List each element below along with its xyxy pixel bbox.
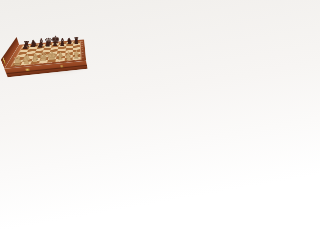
piece-light-queen-d1[interactable]: ♛: [38, 52, 49, 64]
piece-dark-pawn-a7[interactable]: ♟: [22, 43, 28, 50]
piece-light-bishop-c1[interactable]: ♝: [30, 53, 40, 64]
piece-light-knight-b1[interactable]: ♞: [21, 55, 30, 65]
pieces-layer: ♜♞♝♛♚♝♞♜♟♟♟♟♟♟♟♟♟♟♟♟♟♟♟♟♜♞♝♛♚♝♞♜: [0, 0, 100, 100]
piece-dark-pawn-f7[interactable]: ♟: [59, 41, 64, 47]
piece-light-rook-a1[interactable]: ♜: [13, 56, 22, 66]
piece-dark-pawn-b7[interactable]: ♟: [30, 42, 36, 49]
photo-background: abcdefgh12345678 ♜♞♝♛♚♝♞♜♟♟♟♟♟♟♟♟♟♟♟♟♟♟♟…: [0, 0, 100, 100]
piece-dark-pawn-d7[interactable]: ♟: [45, 41, 51, 48]
piece-dark-pawn-c7[interactable]: ♟: [37, 42, 43, 49]
piece-light-knight-g1[interactable]: ♞: [64, 52, 72, 61]
piece-dark-pawn-e7[interactable]: ♟: [52, 41, 58, 47]
piece-dark-pawn-g7[interactable]: ♟: [67, 40, 72, 46]
piece-dark-pawn-h7[interactable]: ♟: [74, 40, 79, 46]
piece-light-rook-h1[interactable]: ♜: [73, 52, 80, 60]
